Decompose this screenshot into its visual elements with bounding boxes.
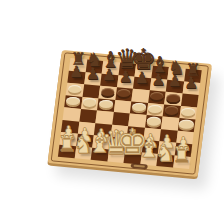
checker-light-disc-f4[interactable]	[146, 117, 160, 126]
checker-light-disc-f5[interactable]	[148, 105, 162, 113]
piece-dark-pawn-b7[interactable]: ♟	[86, 66, 100, 82]
checker-light-disc-h5[interactable]	[181, 108, 195, 116]
pieces-layer: ♜♞♝♛♚♝♞♜♟♟♟♟♟♟♟♟♟♟♟♟♟♟♟♟♜♞♝♛♚♝♞♜	[0, 0, 224, 224]
piece-dark-pawn-a7[interactable]: ♟	[69, 64, 83, 80]
piece-dark-pawn-e7[interactable]: ♟	[135, 71, 149, 87]
checker-light-disc-a5[interactable]	[66, 97, 80, 105]
product-photo: ♜♞♝♛♚♝♞♜♟♟♟♟♟♟♟♟♟♟♟♟♟♟♟♟♜♞♝♛♚♝♞♜	[0, 0, 224, 224]
piece-dark-pawn-d7[interactable]: ♟	[118, 69, 132, 85]
piece-light-rook-h1[interactable]: ♜	[172, 144, 191, 165]
checker-light-disc-a6[interactable]	[68, 85, 81, 93]
piece-dark-pawn-g7[interactable]: ♟	[168, 74, 182, 90]
piece-dark-pawn-f7[interactable]: ♟	[151, 72, 165, 88]
piece-dark-pawn-c7[interactable]: ♟	[102, 67, 116, 83]
checker-light-disc-e5[interactable]	[132, 103, 146, 111]
piece-dark-pawn-h7[interactable]: ♟	[184, 75, 198, 91]
checker-light-disc-b5[interactable]	[83, 98, 97, 106]
checker-dark-disc-g5[interactable]	[165, 106, 179, 114]
checker-light-disc-c5[interactable]	[99, 100, 113, 108]
checker-dark-disc-g6[interactable]	[166, 94, 179, 102]
checker-dark-disc-d6[interactable]	[117, 89, 130, 97]
checker-dark-disc-f6[interactable]	[150, 92, 163, 100]
checker-dark-disc-c6[interactable]	[101, 88, 114, 96]
checker-light-disc-h4[interactable]	[179, 120, 193, 129]
